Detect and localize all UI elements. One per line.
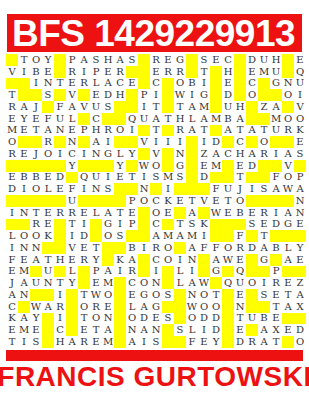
grid-cell-letter: A	[78, 54, 90, 66]
grid-cell-blocked	[42, 195, 54, 207]
grid-cell-blocked	[114, 313, 126, 325]
grid-cell-letter: O	[90, 313, 102, 325]
grid-cell-letter: R	[270, 277, 282, 289]
grid-cell-blocked	[174, 289, 186, 301]
grid-cell-letter: E	[126, 207, 138, 219]
grid-cell-letter: C	[66, 148, 78, 160]
grid-cell-letter: A	[18, 277, 30, 289]
grid-cell-letter: P	[270, 266, 282, 278]
grid-cell-letter: U	[42, 266, 54, 278]
grid-cell-letter: R	[174, 125, 186, 137]
grid-cell-blocked	[126, 89, 138, 101]
grid-cell-blocked	[18, 195, 30, 207]
grid-cell-blocked	[222, 160, 234, 172]
grid-cell-letter: O	[246, 277, 258, 289]
title-banner: BFS 1429229913	[7, 14, 302, 52]
grid-cell-letter: K	[294, 125, 306, 137]
grid-cell-letter: L	[174, 266, 186, 278]
grid-cell-letter: J	[30, 148, 42, 160]
grid-cell-blocked	[222, 336, 234, 348]
grid-cell-blocked	[198, 183, 210, 195]
grid-cell-blocked	[114, 136, 126, 148]
grid-cell-blocked	[6, 195, 18, 207]
grid-cell-blocked	[210, 230, 222, 242]
grid-cell-blocked	[282, 313, 294, 325]
grid-cell-blocked	[102, 160, 114, 172]
grid-cell-letter: O	[102, 289, 114, 301]
grid-cell-blocked	[6, 160, 18, 172]
grid-cell-blocked	[138, 219, 150, 231]
grid-cell-letter: C	[150, 219, 162, 231]
grid-cell-letter: J	[30, 101, 42, 113]
grid-cell-letter: M	[102, 336, 114, 348]
grid-cell-letter: O	[186, 313, 198, 325]
grid-cell-letter: R	[282, 125, 294, 137]
grid-cell-blocked	[54, 266, 66, 278]
grid-cell-letter: A	[294, 289, 306, 301]
grid-cell-blocked	[126, 136, 138, 148]
grid-cell-blocked	[210, 66, 222, 78]
grid-cell-letter: I	[138, 172, 150, 184]
grid-cell-letter: S	[90, 54, 102, 66]
grid-cell-letter: V	[282, 160, 294, 172]
grid-cell-letter: Y	[114, 160, 126, 172]
grid-cell-letter: P	[138, 89, 150, 101]
grid-cell-blocked	[294, 266, 306, 278]
grid-cell-letter: C	[150, 195, 162, 207]
grid-cell-letter: W	[222, 254, 234, 266]
grid-cell-letter: O	[246, 89, 258, 101]
author-band: FRANCIS GURTOWSKI	[0, 362, 309, 400]
grid-cell-blocked	[174, 207, 186, 219]
grid-cell-blocked	[270, 254, 282, 266]
grid-cell-letter: E	[18, 148, 30, 160]
grid-cell-letter: T	[174, 219, 186, 231]
grid-cell-letter: I	[162, 136, 174, 148]
grid-cell-blocked	[30, 160, 42, 172]
grid-cell-blocked	[246, 230, 258, 242]
grid-cell-blocked	[90, 160, 102, 172]
grid-cell-letter: E	[78, 207, 90, 219]
grid-cell-letter: E	[66, 78, 78, 90]
grid-cell-blocked	[30, 289, 42, 301]
grid-cell-letter: E	[198, 160, 210, 172]
grid-cell-letter: A	[150, 113, 162, 125]
grid-cell-letter: V	[294, 101, 306, 113]
grid-cell-letter: S	[102, 183, 114, 195]
grid-cell-letter: K	[198, 219, 210, 231]
grid-cell-blocked	[282, 266, 294, 278]
grid-cell-blocked	[138, 125, 150, 137]
grid-cell-letter: E	[282, 277, 294, 289]
grid-cell-letter: K	[114, 254, 126, 266]
grid-cell-letter: A	[186, 242, 198, 254]
grid-cell-blocked	[102, 195, 114, 207]
grid-cell-blocked	[186, 160, 198, 172]
grid-cell-letter: A	[174, 230, 186, 242]
grid-cell-letter: L	[6, 230, 18, 242]
grid-cell-blocked	[246, 324, 258, 336]
grid-cell-letter: F	[234, 230, 246, 242]
grid-cell-blocked	[222, 313, 234, 325]
grid-cell-letter: O	[126, 313, 138, 325]
grid-cell-blocked	[222, 324, 234, 336]
grid-cell-blocked	[258, 89, 270, 101]
grid-cell-blocked	[210, 78, 222, 90]
grid-cell-blocked	[162, 266, 174, 278]
grid-cell-letter: I	[150, 136, 162, 148]
grid-cell-blocked	[102, 113, 114, 125]
grid-cell-letter: B	[234, 207, 246, 219]
grid-cell-letter: R	[258, 148, 270, 160]
grid-cell-letter: M	[6, 125, 18, 137]
grid-cell-letter: R	[162, 66, 174, 78]
grid-cell-letter: I	[186, 266, 198, 278]
grid-cell-letter: T	[270, 336, 282, 348]
grid-cell-letter: B	[126, 242, 138, 254]
grid-cell-blocked	[18, 89, 30, 101]
grid-cell-letter: B	[18, 172, 30, 184]
grid-cell-letter: U	[222, 183, 234, 195]
grid-cell-letter: V	[138, 136, 150, 148]
grid-cell-blocked	[174, 242, 186, 254]
grid-cell-letter: N	[294, 195, 306, 207]
grid-cell-letter: M	[162, 230, 174, 242]
grid-cell-letter: O	[150, 207, 162, 219]
grid-cell-blocked	[174, 313, 186, 325]
grid-cell-letter: P	[78, 125, 90, 137]
grid-cell-letter: E	[294, 254, 306, 266]
grid-cell-blocked	[174, 301, 186, 313]
grid-cell-letter: R	[114, 66, 126, 78]
grid-cell-letter: G	[174, 160, 186, 172]
grid-cell-letter: D	[54, 172, 66, 184]
grid-cell-letter: S	[150, 336, 162, 348]
grid-cell-letter: R	[66, 207, 78, 219]
grid-cell-letter: R	[102, 125, 114, 137]
grid-cell-letter: A	[186, 277, 198, 289]
grid-cell-letter: S	[198, 54, 210, 66]
grid-cell-letter: B	[222, 113, 234, 125]
grid-cell-letter: N	[30, 242, 42, 254]
grid-cell-blocked	[246, 254, 258, 266]
grid-cell-letter: N	[42, 277, 54, 289]
grid-cell-blocked	[162, 301, 174, 313]
grid-cell-letter: F	[42, 113, 54, 125]
grid-cell-blocked	[126, 230, 138, 242]
grid-cell-letter: E	[234, 160, 246, 172]
grid-cell-letter: A	[258, 324, 270, 336]
grid-cell-letter: I	[138, 242, 150, 254]
grid-cell-letter: G	[210, 266, 222, 278]
grid-cell-letter: U	[270, 125, 282, 137]
grid-cell-blocked	[258, 160, 270, 172]
grid-cell-letter: L	[114, 148, 126, 160]
grid-cell-blocked	[186, 183, 198, 195]
grid-cell-blocked	[138, 254, 150, 266]
grid-cell-blocked	[246, 266, 258, 278]
grid-cell-letter: S	[174, 172, 186, 184]
grid-cell-letter: E	[294, 219, 306, 231]
grid-cell-blocked	[30, 136, 42, 148]
grid-cell-letter: O	[174, 78, 186, 90]
grid-cell-letter: T	[258, 125, 270, 137]
grid-cell-letter: A	[18, 101, 30, 113]
grid-cell-letter: D	[210, 313, 222, 325]
grid-cell-letter: I	[270, 207, 282, 219]
grid-cell-blocked	[114, 336, 126, 348]
grid-cell-blocked	[78, 195, 90, 207]
grid-cell-letter: A	[282, 207, 294, 219]
grid-cell-letter: A	[126, 254, 138, 266]
grid-cell-letter: I	[174, 136, 186, 148]
grid-cell-letter: D	[198, 313, 210, 325]
grid-cell-letter: F	[210, 183, 222, 195]
grid-cell-letter: U	[258, 54, 270, 66]
grid-cell-letter: Y	[210, 336, 222, 348]
grid-cell-letter: L	[90, 207, 102, 219]
grid-cell-letter: T	[66, 219, 78, 231]
grid-cell-letter: E	[162, 207, 174, 219]
grid-cell-letter: T	[42, 254, 54, 266]
grid-cell-letter: U	[54, 113, 66, 125]
grid-cell-letter: B	[270, 242, 282, 254]
grid-cell-letter: U	[30, 277, 42, 289]
grid-cell-blocked	[210, 89, 222, 101]
grid-cell-letter: N	[150, 277, 162, 289]
grid-cell-letter: E	[198, 336, 210, 348]
grid-cell-letter: R	[234, 242, 246, 254]
grid-cell-letter: E	[90, 277, 102, 289]
grid-cell-letter: W	[198, 277, 210, 289]
grid-cell-letter: D	[210, 324, 222, 336]
grid-cell-letter: B	[186, 78, 198, 90]
grid-cell-letter: A	[222, 125, 234, 137]
grid-cell-letter: O	[282, 89, 294, 101]
grid-cell-blocked	[42, 313, 54, 325]
grid-cell-blocked	[42, 242, 54, 254]
grid-cell-letter: T	[6, 89, 18, 101]
grid-cell-letter: I	[150, 89, 162, 101]
grid-cell-blocked	[66, 172, 78, 184]
grid-cell-letter: W	[174, 89, 186, 101]
grid-cell-letter: H	[54, 254, 66, 266]
grid-cell-letter: Q	[222, 277, 234, 289]
grid-cell-letter: N	[90, 148, 102, 160]
grid-cell-letter: I	[30, 78, 42, 90]
grid-cell-letter: O	[282, 113, 294, 125]
grid-cell-letter: I	[114, 219, 126, 231]
grid-cell-letter: A	[186, 207, 198, 219]
grid-cell-letter: R	[54, 301, 66, 313]
grid-cell-blocked	[42, 101, 54, 113]
grid-cell-letter: I	[6, 207, 18, 219]
grid-cell-letter: R	[6, 101, 18, 113]
grid-cell-letter: T	[150, 101, 162, 113]
grid-cell-letter: T	[54, 78, 66, 90]
grid-cell-letter: S	[258, 183, 270, 195]
grid-cell-letter: Y	[66, 277, 78, 289]
grid-cell-blocked	[30, 266, 42, 278]
grid-cell-letter: H	[270, 54, 282, 66]
grid-cell-letter: H	[90, 125, 102, 137]
grid-cell-letter: T	[150, 125, 162, 137]
grid-cell-blocked	[54, 136, 66, 148]
grid-cell-letter: P	[126, 219, 138, 231]
grid-cell-letter: W	[186, 301, 198, 313]
grid-cell-letter: A	[198, 113, 210, 125]
grid-cell-blocked	[234, 54, 246, 66]
grid-cell-blocked	[246, 113, 258, 125]
grid-cell-blocked	[42, 336, 54, 348]
grid-cell-letter: O	[30, 54, 42, 66]
grid-cell-letter: H	[114, 89, 126, 101]
grid-cell-letter: A	[102, 207, 114, 219]
grid-cell-letter: N	[90, 183, 102, 195]
grid-cell-blocked	[234, 78, 246, 90]
grid-cell-letter: C	[126, 277, 138, 289]
grid-cell-letter: I	[198, 230, 210, 242]
grid-cell-blocked	[234, 66, 246, 78]
grid-cell-letter: A	[102, 324, 114, 336]
grid-cell-letter: T	[18, 54, 30, 66]
grid-cell-letter: V	[6, 66, 18, 78]
grid-cell-letter: J	[6, 277, 18, 289]
grid-cell-blocked	[54, 242, 66, 254]
grid-cell-blocked	[246, 301, 258, 313]
grid-cell-letter: E	[6, 266, 18, 278]
grid-cell-letter: U	[294, 78, 306, 90]
grid-cell-blocked	[198, 266, 210, 278]
grid-cell-letter: X	[270, 324, 282, 336]
grid-cell-letter: O	[222, 242, 234, 254]
grid-cell-letter: N	[54, 125, 66, 137]
grid-cell-blocked	[6, 219, 18, 231]
grid-cell-letter: S	[114, 230, 126, 242]
grid-cell-letter: E	[270, 313, 282, 325]
grid-cell-letter: E	[234, 289, 246, 301]
grid-cell-letter: R	[150, 54, 162, 66]
grid-cell-blocked	[186, 66, 198, 78]
grid-cell-letter: G	[270, 78, 282, 90]
divider-bar	[6, 350, 303, 361]
grid-cell-letter: O	[102, 230, 114, 242]
grid-cell-letter: N	[138, 183, 150, 195]
grid-cell-letter: O	[114, 125, 126, 137]
grid-cell-blocked	[258, 113, 270, 125]
grid-cell-letter: U	[246, 313, 258, 325]
grid-cell-letter: E	[30, 113, 42, 125]
grid-cell-letter: E	[210, 195, 222, 207]
grid-cell-letter: I	[162, 183, 174, 195]
grid-cell-letter: N	[150, 324, 162, 336]
grid-cell-blocked	[234, 89, 246, 101]
grid-cell-blocked	[270, 195, 282, 207]
grid-cell-letter: V	[198, 195, 210, 207]
grid-cell-letter: M	[270, 113, 282, 125]
grid-cell-letter: M	[102, 277, 114, 289]
grid-cell-blocked	[222, 301, 234, 313]
grid-cell-letter: I	[18, 336, 30, 348]
grid-cell-blocked	[270, 136, 282, 148]
grid-cell-letter: R	[174, 66, 186, 78]
grid-cell-letter: H	[102, 54, 114, 66]
grid-cell-letter: U	[270, 66, 282, 78]
grid-cell-blocked	[126, 101, 138, 113]
grid-cell-letter: R	[90, 301, 102, 313]
grid-cell-letter: E	[234, 254, 246, 266]
grid-cell-letter: T	[78, 289, 90, 301]
grid-cell-letter: E	[294, 54, 306, 66]
grid-cell-letter: N	[42, 78, 54, 90]
grid-cell-blocked	[210, 172, 222, 184]
grid-cell-blocked	[66, 301, 78, 313]
grid-cell-blocked	[66, 289, 78, 301]
grid-cell-letter: F	[198, 242, 210, 254]
grid-cell-letter: M	[258, 66, 270, 78]
grid-cell-letter: Q	[234, 266, 246, 278]
grid-cell-letter: N	[18, 242, 30, 254]
grid-cell-letter: T	[54, 277, 66, 289]
grid-cell-letter: W	[138, 160, 150, 172]
grid-cell-letter: I	[66, 230, 78, 242]
grid-cell-letter: L	[126, 301, 138, 313]
grid-cell-letter: E	[222, 78, 234, 90]
grid-cell-blocked	[54, 89, 66, 101]
grid-cell-letter: R	[150, 242, 162, 254]
grid-cell-letter: C	[222, 54, 234, 66]
grid-cell-letter: S	[246, 219, 258, 231]
grid-cell-blocked	[162, 89, 174, 101]
grid-cell-blocked	[102, 254, 114, 266]
grid-cell-letter: A	[66, 101, 78, 113]
grid-cell-letter: T	[126, 172, 138, 184]
grid-cell-letter: E	[114, 172, 126, 184]
grid-cell-blocked	[138, 54, 150, 66]
grid-cell-blocked	[78, 89, 90, 101]
grid-cell-blocked	[270, 89, 282, 101]
grid-cell-letter: A	[282, 254, 294, 266]
grid-cell-letter: P	[66, 54, 78, 66]
grid-cell-letter: C	[150, 78, 162, 90]
grid-cell-blocked	[258, 195, 270, 207]
grid-cell-letter: F	[186, 336, 198, 348]
grid-cell-letter: O	[138, 277, 150, 289]
grid-cell-blocked	[114, 277, 126, 289]
grid-cell-letter: O	[294, 113, 306, 125]
grid-cell-letter: O	[78, 301, 90, 313]
grid-cell-letter: D	[102, 89, 114, 101]
grid-cell-blocked	[270, 230, 282, 242]
grid-cell-letter: E	[42, 207, 54, 219]
grid-cell-blocked	[162, 125, 174, 137]
grid-cell-letter: A	[42, 301, 54, 313]
grid-cell-letter: D	[246, 160, 258, 172]
grid-cell-blocked	[66, 313, 78, 325]
grid-cell-blocked	[114, 101, 126, 113]
grid-cell-blocked	[246, 136, 258, 148]
grid-cell-blocked	[258, 172, 270, 184]
grid-cell-letter: P	[90, 266, 102, 278]
grid-cell-letter: A	[210, 148, 222, 160]
grid-cell-blocked	[234, 219, 246, 231]
grid-cell-letter: D	[246, 242, 258, 254]
grid-cell-letter: H	[234, 101, 246, 113]
grid-cell-letter: T	[114, 207, 126, 219]
grid-cell-letter: Z	[198, 148, 210, 160]
grid-cell-letter: E	[258, 219, 270, 231]
grid-cell-letter: O	[162, 242, 174, 254]
